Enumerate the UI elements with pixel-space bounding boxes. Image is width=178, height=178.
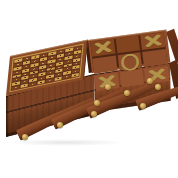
tic-tac-toe-half: × × ○ × × (88, 30, 170, 73)
brass-peg (124, 90, 130, 96)
ttt-cell (119, 69, 144, 87)
chess-square (20, 84, 28, 88)
brass-peg (57, 122, 63, 128)
brass-peg (94, 100, 100, 106)
brass-peg (140, 103, 146, 109)
brass-peg (22, 134, 28, 140)
ttt-cell: ○ (117, 52, 142, 70)
brass-peg (147, 78, 153, 84)
chess-square (63, 75, 71, 79)
product-photo: × × ○ × × (0, 0, 178, 178)
box-shadow (6, 139, 126, 146)
chess-square (71, 73, 79, 77)
ttt-cell: × (90, 39, 115, 57)
chess-square (46, 78, 54, 82)
brass-peg (105, 84, 111, 90)
chess-square (54, 77, 62, 81)
chess-square (12, 86, 20, 90)
brass-peg (91, 111, 97, 117)
ttt-cell: × (141, 32, 166, 50)
brass-peg (155, 84, 161, 90)
chess-square (37, 80, 45, 84)
chess-square (29, 82, 37, 86)
tic-tac-toe-board: × × ○ × × (90, 32, 167, 71)
